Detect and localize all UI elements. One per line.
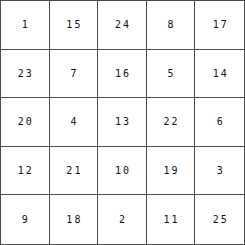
cell-number: 14 <box>211 68 229 79</box>
cell-number: 10 <box>113 165 131 176</box>
cell-number: 6 <box>215 116 225 127</box>
grid-cell-r5c2[interactable]: 18 <box>50 195 99 244</box>
grid-cell-r4c1[interactable]: 12 <box>1 147 50 196</box>
grid-cell-r2c3[interactable]: 16 <box>98 50 147 99</box>
grid-cell-r3c3[interactable]: 13 <box>98 98 147 147</box>
grid-cell-r2c5[interactable]: 14 <box>195 50 244 99</box>
grid-cell-r1c1[interactable]: 1 <box>1 1 50 50</box>
magic-square-board: 1152481723716514204132261221101939182112… <box>0 0 245 245</box>
cell-number: 24 <box>113 19 131 30</box>
cell-number: 5 <box>166 68 176 79</box>
cell-number: 1 <box>20 19 30 30</box>
cell-number: 19 <box>162 165 180 176</box>
cell-number: 17 <box>211 19 229 30</box>
cell-number: 4 <box>68 116 78 127</box>
grid-cell-r1c4[interactable]: 8 <box>147 1 196 50</box>
cell-number: 13 <box>113 116 131 127</box>
cell-number: 15 <box>64 19 82 30</box>
cell-number: 3 <box>215 165 225 176</box>
cell-number: 9 <box>20 214 30 225</box>
cell-number: 12 <box>16 165 34 176</box>
grid-cell-r5c3[interactable]: 2 <box>98 195 147 244</box>
grid-cell-r2c1[interactable]: 23 <box>1 50 50 99</box>
grid-cell-r3c2[interactable]: 4 <box>50 98 99 147</box>
grid-cell-r4c5[interactable]: 3 <box>195 147 244 196</box>
cell-number: 20 <box>16 116 34 127</box>
grid-cell-r5c1[interactable]: 9 <box>1 195 50 244</box>
grid-cell-r2c4[interactable]: 5 <box>147 50 196 99</box>
cell-number: 8 <box>166 19 176 30</box>
grid-cell-r4c2[interactable]: 21 <box>50 147 99 196</box>
grid-cell-r4c4[interactable]: 19 <box>147 147 196 196</box>
grid-cell-r2c2[interactable]: 7 <box>50 50 99 99</box>
cell-number: 7 <box>68 68 78 79</box>
grid-cell-r1c5[interactable]: 17 <box>195 1 244 50</box>
cell-number: 21 <box>64 165 82 176</box>
cell-number: 23 <box>16 68 34 79</box>
grid-cell-r5c5[interactable]: 25 <box>195 195 244 244</box>
grid-cell-r3c4[interactable]: 22 <box>147 98 196 147</box>
cell-number: 2 <box>117 214 127 225</box>
grid-cell-r4c3[interactable]: 10 <box>98 147 147 196</box>
grid-cell-r1c2[interactable]: 15 <box>50 1 99 50</box>
grid-cell-r1c3[interactable]: 24 <box>98 1 147 50</box>
cell-number: 25 <box>211 214 229 225</box>
grid-cell-r3c1[interactable]: 20 <box>1 98 50 147</box>
cell-number: 11 <box>162 214 180 225</box>
grid-cell-r5c4[interactable]: 11 <box>147 195 196 244</box>
grid-cell-r3c5[interactable]: 6 <box>195 98 244 147</box>
cell-number: 18 <box>64 214 82 225</box>
cell-number: 16 <box>113 68 131 79</box>
cell-number: 22 <box>162 116 180 127</box>
